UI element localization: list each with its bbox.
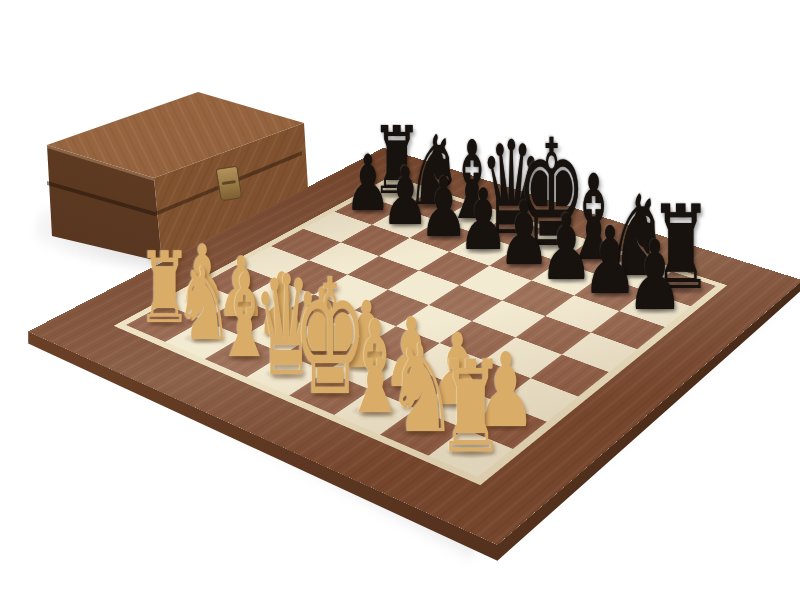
product-photo-scene: ♜♞♝♛♚♝♞♜♟♟♟♟♟♟♟♟♟♟♟♟♟♟♟♟♜♞♝♛♚♝♞♜ <box>0 0 800 600</box>
pieces-layer: ♜♞♝♛♚♝♞♜♟♟♟♟♟♟♟♟♟♟♟♟♟♟♟♟♜♞♝♛♚♝♞♜ <box>0 0 800 600</box>
piece-white-rook-h1: ♜ <box>436 345 505 472</box>
piece-black-pawn-h7: ♟ <box>626 228 683 324</box>
